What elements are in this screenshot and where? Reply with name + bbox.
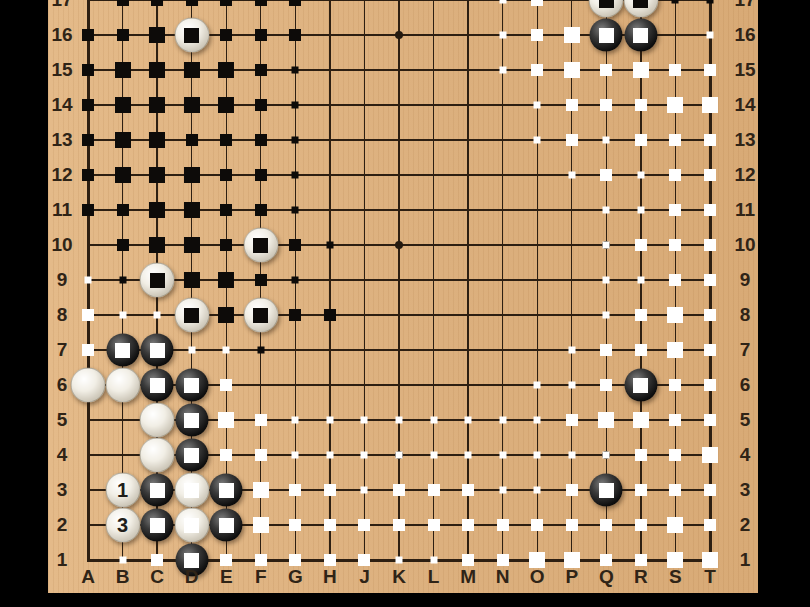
point-Q13[interactable] xyxy=(589,123,623,157)
point-P17[interactable] xyxy=(555,0,589,17)
point-R15[interactable] xyxy=(624,53,658,87)
black-stone-D6[interactable] xyxy=(175,369,208,402)
point-G8[interactable] xyxy=(278,298,312,332)
point-C8[interactable] xyxy=(140,298,174,332)
point-B8[interactable] xyxy=(106,298,140,332)
point-B17[interactable] xyxy=(106,0,140,17)
point-K16[interactable] xyxy=(382,18,416,52)
point-R13[interactable] xyxy=(624,123,658,157)
point-A15[interactable] xyxy=(71,53,105,87)
point-N15[interactable] xyxy=(486,53,520,87)
point-P5[interactable] xyxy=(555,403,589,437)
point-K15[interactable] xyxy=(382,53,416,87)
point-L7[interactable] xyxy=(417,333,451,367)
point-S17[interactable] xyxy=(658,0,692,17)
black-stone-Q16[interactable] xyxy=(590,19,623,52)
point-R3[interactable] xyxy=(624,473,658,507)
point-Q11[interactable] xyxy=(589,193,623,227)
point-S13[interactable] xyxy=(658,123,692,157)
point-C13[interactable] xyxy=(140,123,174,157)
point-A12[interactable] xyxy=(71,158,105,192)
point-D3[interactable] xyxy=(175,473,209,507)
point-M12[interactable] xyxy=(451,158,485,192)
point-R12[interactable] xyxy=(624,158,658,192)
point-A16[interactable] xyxy=(71,18,105,52)
point-H16[interactable] xyxy=(313,18,347,52)
point-H15[interactable] xyxy=(313,53,347,87)
point-L5[interactable] xyxy=(417,403,451,437)
point-N14[interactable] xyxy=(486,88,520,122)
point-R2[interactable] xyxy=(624,508,658,542)
point-G16[interactable] xyxy=(278,18,312,52)
point-K6[interactable] xyxy=(382,368,416,402)
black-stone-Q3[interactable] xyxy=(590,474,623,507)
point-J2[interactable] xyxy=(347,508,381,542)
white-stone-C4[interactable] xyxy=(140,438,175,473)
point-T13[interactable] xyxy=(693,123,727,157)
point-C14[interactable] xyxy=(140,88,174,122)
point-J3[interactable] xyxy=(347,473,381,507)
point-H12[interactable] xyxy=(313,158,347,192)
point-B9[interactable] xyxy=(106,263,140,297)
point-S14[interactable] xyxy=(658,88,692,122)
point-N17[interactable] xyxy=(486,0,520,17)
point-A10[interactable] xyxy=(71,228,105,262)
point-E2[interactable] xyxy=(209,508,243,542)
point-G12[interactable] xyxy=(278,158,312,192)
black-stone-C6[interactable] xyxy=(141,369,174,402)
point-O7[interactable] xyxy=(520,333,554,367)
point-J4[interactable] xyxy=(347,438,381,472)
point-N12[interactable] xyxy=(486,158,520,192)
point-F9[interactable] xyxy=(244,263,278,297)
point-K4[interactable] xyxy=(382,438,416,472)
point-K2[interactable] xyxy=(382,508,416,542)
point-G10[interactable] xyxy=(278,228,312,262)
point-L15[interactable] xyxy=(417,53,451,87)
point-O5[interactable] xyxy=(520,403,554,437)
point-C16[interactable] xyxy=(140,18,174,52)
white-stone-B6[interactable] xyxy=(105,368,140,403)
black-stone-C3[interactable] xyxy=(141,474,174,507)
point-D12[interactable] xyxy=(175,158,209,192)
point-B16[interactable] xyxy=(106,18,140,52)
black-stone-R16[interactable] xyxy=(624,19,657,52)
point-M4[interactable] xyxy=(451,438,485,472)
point-G17[interactable] xyxy=(278,0,312,17)
point-B5[interactable] xyxy=(106,403,140,437)
point-T2[interactable] xyxy=(693,508,727,542)
point-L13[interactable] xyxy=(417,123,451,157)
white-stone-B3[interactable]: 1 xyxy=(105,473,140,508)
point-L4[interactable] xyxy=(417,438,451,472)
point-N10[interactable] xyxy=(486,228,520,262)
point-M17[interactable] xyxy=(451,0,485,17)
point-M16[interactable] xyxy=(451,18,485,52)
point-B11[interactable] xyxy=(106,193,140,227)
point-P7[interactable] xyxy=(555,333,589,367)
point-R8[interactable] xyxy=(624,298,658,332)
point-G6[interactable] xyxy=(278,368,312,402)
point-D7[interactable] xyxy=(175,333,209,367)
point-H5[interactable] xyxy=(313,403,347,437)
point-O2[interactable] xyxy=(520,508,554,542)
point-J15[interactable] xyxy=(347,53,381,87)
point-F14[interactable] xyxy=(244,88,278,122)
point-Q17[interactable] xyxy=(589,0,623,17)
point-Q5[interactable] xyxy=(589,403,623,437)
black-stone-E3[interactable] xyxy=(210,474,243,507)
point-K3[interactable] xyxy=(382,473,416,507)
point-G5[interactable] xyxy=(278,403,312,437)
point-H3[interactable] xyxy=(313,473,347,507)
point-D15[interactable] xyxy=(175,53,209,87)
point-G2[interactable] xyxy=(278,508,312,542)
point-S4[interactable] xyxy=(658,438,692,472)
point-O10[interactable] xyxy=(520,228,554,262)
point-F7[interactable] xyxy=(244,333,278,367)
point-B12[interactable] xyxy=(106,158,140,192)
point-H10[interactable] xyxy=(313,228,347,262)
point-L3[interactable] xyxy=(417,473,451,507)
point-G13[interactable] xyxy=(278,123,312,157)
point-S5[interactable] xyxy=(658,403,692,437)
point-J11[interactable] xyxy=(347,193,381,227)
point-L14[interactable] xyxy=(417,88,451,122)
point-B13[interactable] xyxy=(106,123,140,157)
point-M13[interactable] xyxy=(451,123,485,157)
point-J13[interactable] xyxy=(347,123,381,157)
point-A13[interactable] xyxy=(71,123,105,157)
point-J16[interactable] xyxy=(347,18,381,52)
point-D4[interactable] xyxy=(175,438,209,472)
point-F17[interactable] xyxy=(244,0,278,17)
point-Q4[interactable] xyxy=(589,438,623,472)
point-D6[interactable] xyxy=(175,368,209,402)
point-O17[interactable] xyxy=(520,0,554,17)
point-C2[interactable] xyxy=(140,508,174,542)
point-D14[interactable] xyxy=(175,88,209,122)
point-N16[interactable] xyxy=(486,18,520,52)
point-M8[interactable] xyxy=(451,298,485,332)
point-N8[interactable] xyxy=(486,298,520,332)
point-M14[interactable] xyxy=(451,88,485,122)
point-B7[interactable] xyxy=(106,333,140,367)
point-M3[interactable] xyxy=(451,473,485,507)
point-E13[interactable] xyxy=(209,123,243,157)
point-B15[interactable] xyxy=(106,53,140,87)
point-S12[interactable] xyxy=(658,158,692,192)
point-A9[interactable] xyxy=(71,263,105,297)
point-T10[interactable] xyxy=(693,228,727,262)
point-C3[interactable] xyxy=(140,473,174,507)
point-N3[interactable] xyxy=(486,473,520,507)
point-M11[interactable] xyxy=(451,193,485,227)
point-Q14[interactable] xyxy=(589,88,623,122)
point-R7[interactable] xyxy=(624,333,658,367)
point-L11[interactable] xyxy=(417,193,451,227)
point-S9[interactable] xyxy=(658,263,692,297)
point-N9[interactable] xyxy=(486,263,520,297)
white-stone-C9[interactable] xyxy=(140,263,175,298)
point-E4[interactable] xyxy=(209,438,243,472)
point-A2[interactable] xyxy=(71,508,105,542)
point-A5[interactable] xyxy=(71,403,105,437)
point-L16[interactable] xyxy=(417,18,451,52)
black-stone-B7[interactable] xyxy=(106,334,139,367)
point-Q8[interactable] xyxy=(589,298,623,332)
point-R10[interactable] xyxy=(624,228,658,262)
point-M9[interactable] xyxy=(451,263,485,297)
point-B2[interactable]: 3 xyxy=(106,508,140,542)
point-N6[interactable] xyxy=(486,368,520,402)
point-A14[interactable] xyxy=(71,88,105,122)
point-G11[interactable] xyxy=(278,193,312,227)
point-J17[interactable] xyxy=(347,0,381,17)
point-O6[interactable] xyxy=(520,368,554,402)
point-M6[interactable] xyxy=(451,368,485,402)
black-stone-D5[interactable] xyxy=(175,404,208,437)
point-A6[interactable] xyxy=(71,368,105,402)
point-H17[interactable] xyxy=(313,0,347,17)
point-F15[interactable] xyxy=(244,53,278,87)
point-R11[interactable] xyxy=(624,193,658,227)
point-T16[interactable] xyxy=(693,18,727,52)
point-T8[interactable] xyxy=(693,298,727,332)
point-F16[interactable] xyxy=(244,18,278,52)
point-N7[interactable] xyxy=(486,333,520,367)
point-T5[interactable] xyxy=(693,403,727,437)
point-S16[interactable] xyxy=(658,18,692,52)
point-C17[interactable] xyxy=(140,0,174,17)
point-S2[interactable] xyxy=(658,508,692,542)
point-P4[interactable] xyxy=(555,438,589,472)
point-H14[interactable] xyxy=(313,88,347,122)
point-E11[interactable] xyxy=(209,193,243,227)
point-K11[interactable] xyxy=(382,193,416,227)
point-C7[interactable] xyxy=(140,333,174,367)
point-L12[interactable] xyxy=(417,158,451,192)
black-stone-C2[interactable] xyxy=(141,509,174,542)
point-M15[interactable] xyxy=(451,53,485,87)
point-F4[interactable] xyxy=(244,438,278,472)
point-N5[interactable] xyxy=(486,403,520,437)
point-B6[interactable] xyxy=(106,368,140,402)
point-N11[interactable] xyxy=(486,193,520,227)
point-J14[interactable] xyxy=(347,88,381,122)
point-D16[interactable] xyxy=(175,18,209,52)
point-S3[interactable] xyxy=(658,473,692,507)
point-L2[interactable] xyxy=(417,508,451,542)
point-R4[interactable] xyxy=(624,438,658,472)
point-L8[interactable] xyxy=(417,298,451,332)
point-J12[interactable] xyxy=(347,158,381,192)
point-K17[interactable] xyxy=(382,0,416,17)
point-S15[interactable] xyxy=(658,53,692,87)
point-O8[interactable] xyxy=(520,298,554,332)
point-T6[interactable] xyxy=(693,368,727,402)
point-N2[interactable] xyxy=(486,508,520,542)
point-K13[interactable] xyxy=(382,123,416,157)
point-P8[interactable] xyxy=(555,298,589,332)
point-O12[interactable] xyxy=(520,158,554,192)
point-H7[interactable] xyxy=(313,333,347,367)
point-E14[interactable] xyxy=(209,88,243,122)
point-C15[interactable] xyxy=(140,53,174,87)
white-stone-D3[interactable] xyxy=(174,473,209,508)
white-stone-Q17[interactable] xyxy=(589,0,624,18)
point-T14[interactable] xyxy=(693,88,727,122)
point-H8[interactable] xyxy=(313,298,347,332)
point-S8[interactable] xyxy=(658,298,692,332)
point-R14[interactable] xyxy=(624,88,658,122)
point-C9[interactable] xyxy=(140,263,174,297)
point-C4[interactable] xyxy=(140,438,174,472)
point-O4[interactable] xyxy=(520,438,554,472)
point-F10[interactable] xyxy=(244,228,278,262)
point-C6[interactable] xyxy=(140,368,174,402)
point-O15[interactable] xyxy=(520,53,554,87)
point-M2[interactable] xyxy=(451,508,485,542)
point-E16[interactable] xyxy=(209,18,243,52)
point-T3[interactable] xyxy=(693,473,727,507)
point-H11[interactable] xyxy=(313,193,347,227)
point-G14[interactable] xyxy=(278,88,312,122)
white-stone-F8[interactable] xyxy=(243,298,278,333)
point-E3[interactable] xyxy=(209,473,243,507)
point-D5[interactable] xyxy=(175,403,209,437)
point-Q2[interactable] xyxy=(589,508,623,542)
point-E6[interactable] xyxy=(209,368,243,402)
white-stone-B2[interactable]: 3 xyxy=(105,508,140,543)
point-A11[interactable] xyxy=(71,193,105,227)
point-D2[interactable] xyxy=(175,508,209,542)
point-L9[interactable] xyxy=(417,263,451,297)
white-stone-D8[interactable] xyxy=(174,298,209,333)
point-D11[interactable] xyxy=(175,193,209,227)
point-J9[interactable] xyxy=(347,263,381,297)
point-H4[interactable] xyxy=(313,438,347,472)
point-E8[interactable] xyxy=(209,298,243,332)
point-F2[interactable] xyxy=(244,508,278,542)
point-R5[interactable] xyxy=(624,403,658,437)
point-Q12[interactable] xyxy=(589,158,623,192)
point-K14[interactable] xyxy=(382,88,416,122)
point-K10[interactable] xyxy=(382,228,416,262)
point-S10[interactable] xyxy=(658,228,692,262)
point-D10[interactable] xyxy=(175,228,209,262)
point-B3[interactable]: 1 xyxy=(106,473,140,507)
point-G3[interactable] xyxy=(278,473,312,507)
white-stone-A6[interactable] xyxy=(71,368,106,403)
white-stone-F10[interactable] xyxy=(243,228,278,263)
point-P2[interactable] xyxy=(555,508,589,542)
point-R16[interactable] xyxy=(624,18,658,52)
point-A4[interactable] xyxy=(71,438,105,472)
point-K12[interactable] xyxy=(382,158,416,192)
point-T11[interactable] xyxy=(693,193,727,227)
point-R6[interactable] xyxy=(624,368,658,402)
point-Q16[interactable] xyxy=(589,18,623,52)
point-P15[interactable] xyxy=(555,53,589,87)
point-Q3[interactable] xyxy=(589,473,623,507)
white-stone-D16[interactable] xyxy=(174,18,209,53)
point-C11[interactable] xyxy=(140,193,174,227)
point-B4[interactable] xyxy=(106,438,140,472)
point-Q7[interactable] xyxy=(589,333,623,367)
point-F12[interactable] xyxy=(244,158,278,192)
point-F3[interactable] xyxy=(244,473,278,507)
point-T4[interactable] xyxy=(693,438,727,472)
white-stone-C5[interactable] xyxy=(140,403,175,438)
point-F5[interactable] xyxy=(244,403,278,437)
point-C10[interactable] xyxy=(140,228,174,262)
point-J8[interactable] xyxy=(347,298,381,332)
point-H6[interactable] xyxy=(313,368,347,402)
point-B10[interactable] xyxy=(106,228,140,262)
point-E5[interactable] xyxy=(209,403,243,437)
point-E10[interactable] xyxy=(209,228,243,262)
point-J10[interactable] xyxy=(347,228,381,262)
point-K8[interactable] xyxy=(382,298,416,332)
point-M10[interactable] xyxy=(451,228,485,262)
point-P13[interactable] xyxy=(555,123,589,157)
point-Q15[interactable] xyxy=(589,53,623,87)
black-stone-E2[interactable] xyxy=(210,509,243,542)
white-stone-D2[interactable] xyxy=(174,508,209,543)
point-N13[interactable] xyxy=(486,123,520,157)
point-O13[interactable] xyxy=(520,123,554,157)
point-O14[interactable] xyxy=(520,88,554,122)
point-L17[interactable] xyxy=(417,0,451,17)
point-F8[interactable] xyxy=(244,298,278,332)
point-P16[interactable] xyxy=(555,18,589,52)
point-A7[interactable] xyxy=(71,333,105,367)
point-K9[interactable] xyxy=(382,263,416,297)
point-T12[interactable] xyxy=(693,158,727,192)
point-J6[interactable] xyxy=(347,368,381,402)
point-O16[interactable] xyxy=(520,18,554,52)
point-C5[interactable] xyxy=(140,403,174,437)
point-H9[interactable] xyxy=(313,263,347,297)
point-P9[interactable] xyxy=(555,263,589,297)
point-F6[interactable] xyxy=(244,368,278,402)
point-A8[interactable] xyxy=(71,298,105,332)
point-O11[interactable] xyxy=(520,193,554,227)
point-S6[interactable] xyxy=(658,368,692,402)
go-board[interactable]: 1317171616151514141313121211111010998877… xyxy=(48,0,758,593)
point-P3[interactable] xyxy=(555,473,589,507)
point-L6[interactable] xyxy=(417,368,451,402)
black-stone-D4[interactable] xyxy=(175,439,208,472)
point-T9[interactable] xyxy=(693,263,727,297)
point-D17[interactable] xyxy=(175,0,209,17)
point-E17[interactable] xyxy=(209,0,243,17)
point-H2[interactable] xyxy=(313,508,347,542)
point-D9[interactable] xyxy=(175,263,209,297)
point-T15[interactable] xyxy=(693,53,727,87)
white-stone-R17[interactable] xyxy=(623,0,658,18)
point-H13[interactable] xyxy=(313,123,347,157)
point-S7[interactable] xyxy=(658,333,692,367)
point-P6[interactable] xyxy=(555,368,589,402)
point-A17[interactable] xyxy=(71,0,105,17)
point-G9[interactable] xyxy=(278,263,312,297)
point-J7[interactable] xyxy=(347,333,381,367)
point-F13[interactable] xyxy=(244,123,278,157)
point-G7[interactable] xyxy=(278,333,312,367)
point-Q10[interactable] xyxy=(589,228,623,262)
